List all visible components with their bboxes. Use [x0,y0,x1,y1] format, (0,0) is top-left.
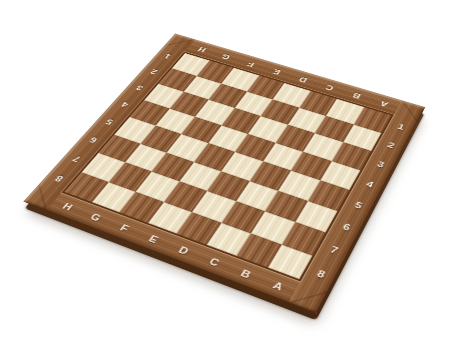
chessboard: HGFEDCBA HGFEDCBA 12345678 12345678 [23,34,425,314]
chessboard-scene: HGFEDCBA HGFEDCBA 12345678 12345678 [85,2,385,302]
chessboard-top-face: HGFEDCBA HGFEDCBA 12345678 12345678 [23,33,425,313]
product-photo-canvas: HGFEDCBA HGFEDCBA 12345678 12345678 [0,0,460,350]
